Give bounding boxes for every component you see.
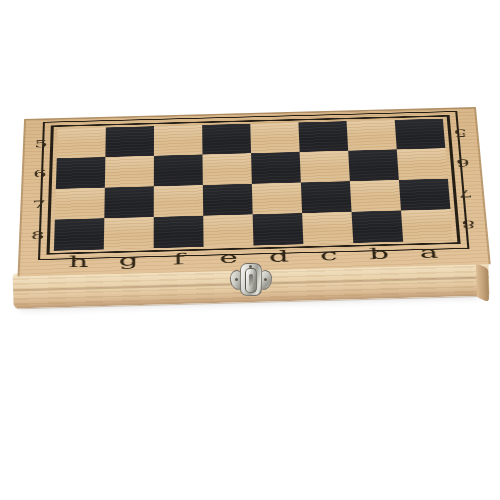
metal-clasp (228, 262, 274, 300)
square-e7 (203, 184, 253, 216)
square-a8 (401, 209, 453, 242)
board-top-face: 5678 5678 hgfedcba (18, 107, 491, 276)
rank-label-left-6: 6 (23, 158, 57, 189)
rank-label-right-6: 6 (445, 147, 480, 178)
square-e6 (202, 153, 251, 184)
square-d8 (253, 213, 304, 246)
square-e8 (203, 214, 253, 247)
square-h7 (55, 187, 105, 219)
square-g5 (105, 126, 154, 157)
rank-label-right-7: 7 (448, 178, 484, 210)
file-label-c: c (303, 243, 354, 269)
square-d5 (250, 122, 299, 153)
rank-label-left-7: 7 (22, 189, 56, 221)
square-e5 (202, 124, 251, 155)
rank-labels-left: 5678 (21, 129, 58, 252)
clasp-slot (249, 274, 253, 287)
box-right-end (476, 263, 489, 303)
square-b7 (350, 180, 401, 212)
playing-area (54, 119, 453, 251)
square-d6 (251, 152, 301, 183)
file-label-b: b (353, 242, 405, 268)
square-a6 (397, 148, 448, 179)
square-h8 (54, 218, 104, 251)
square-g7 (104, 186, 154, 218)
square-f7 (154, 185, 203, 217)
square-g6 (105, 156, 154, 187)
rank-label-left-8: 8 (21, 219, 55, 251)
file-label-g: g (103, 248, 153, 274)
square-a5 (395, 119, 446, 150)
square-c6 (300, 151, 350, 182)
square-c8 (302, 212, 353, 245)
rank-label-right-8: 8 (450, 208, 486, 240)
square-h6 (56, 157, 106, 188)
file-label-a: a (403, 240, 455, 266)
square-g8 (104, 217, 154, 250)
clasp-screw (249, 265, 252, 268)
clasp-screw (264, 278, 267, 281)
file-label-h: h (53, 249, 104, 275)
square-b6 (348, 150, 399, 181)
square-b8 (352, 210, 404, 243)
square-d7 (252, 182, 302, 214)
rank-label-right-5: 5 (443, 118, 478, 148)
square-f6 (154, 155, 203, 186)
square-c5 (298, 121, 348, 152)
square-c7 (301, 181, 352, 213)
square-b5 (347, 120, 397, 151)
square-a7 (399, 178, 451, 210)
file-label-f: f (154, 247, 204, 273)
square-f8 (154, 216, 204, 249)
square-h5 (57, 127, 106, 158)
rank-label-left-5: 5 (24, 129, 57, 160)
product-photo: 5678 5678 hgfedcba (0, 0, 500, 500)
square-f5 (154, 125, 203, 156)
clasp-screw (235, 278, 238, 281)
